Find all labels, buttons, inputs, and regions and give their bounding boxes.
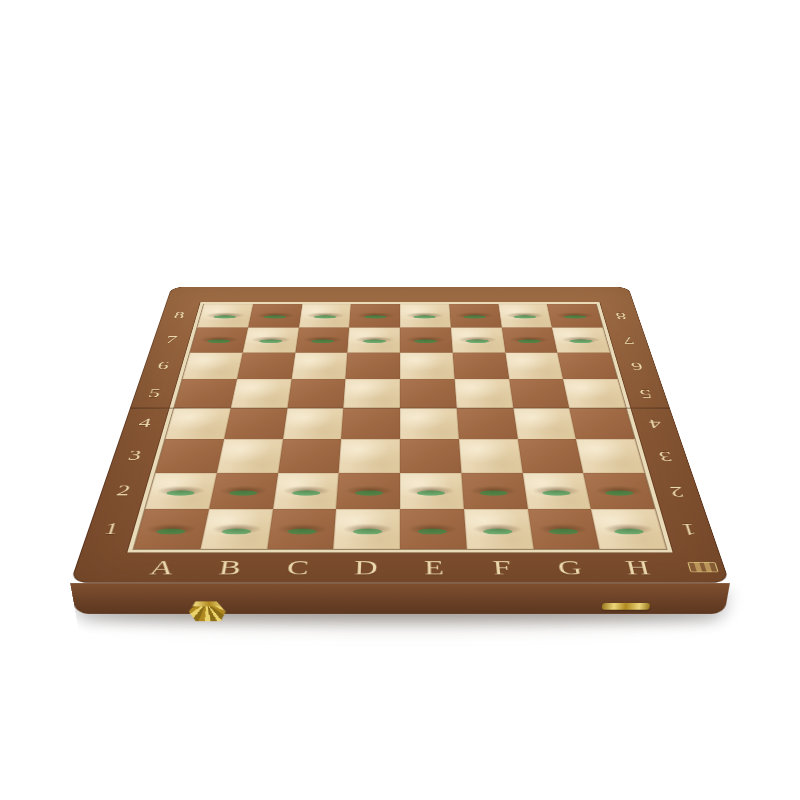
square-a5[interactable] [174,379,237,408]
rank-label-left-6: 6 [140,352,186,379]
square-b6[interactable] [237,352,295,379]
square-c7[interactable] [295,327,349,352]
square-g8[interactable] [498,304,552,327]
file-label-a: A [125,557,198,578]
square-g6[interactable] [505,352,563,379]
file-labels: ABCDEFGH [124,553,676,583]
photo-background: ABCDEFGH 87654321 87654321 ♜♞♝♛♚♝♞♜♟♟♟♟♟… [0,0,800,800]
square-h7[interactable] [552,327,610,352]
folding-chess-box: ABCDEFGH 87654321 87654321 ♜♞♝♛♚♝♞♜♟♟♟♟♟… [70,287,730,583]
square-b5[interactable] [231,379,292,408]
square-c8[interactable] [299,304,351,327]
rank-label-left-7: 7 [149,327,193,352]
square-d8[interactable] [349,304,400,327]
brass-clasp-right [602,603,651,610]
square-h5[interactable] [563,379,626,408]
square-e7[interactable] [400,327,452,352]
square-e6[interactable] [400,352,454,379]
square-f6[interactable] [452,352,508,379]
square-a8[interactable] [197,304,253,327]
square-f8[interactable] [449,304,501,327]
square-h8[interactable] [547,304,603,327]
square-b7[interactable] [243,327,299,352]
square-h6[interactable] [557,352,617,379]
rank-label-right-5: 5 [622,379,670,408]
box-front-face [70,583,730,614]
brass-clasp-left [188,601,227,621]
square-d6[interactable] [346,352,400,379]
rank-label-left-8: 8 [158,304,200,327]
square-a7[interactable] [190,327,248,352]
rank-label-right-6: 6 [614,352,660,379]
square-d7[interactable] [348,327,400,352]
piece-white-rook-h1[interactable]: ♜ [583,439,672,539]
square-g5[interactable] [509,379,570,408]
rank-label-right-8: 8 [600,304,642,327]
rank-label-right-7: 7 [607,327,651,352]
maker-stamp [687,562,718,572]
square-c6[interactable] [291,352,347,379]
file-label-f: F [467,557,537,578]
square-e8[interactable] [400,304,451,327]
square-f7[interactable] [451,327,505,352]
file-label-g: G [534,557,606,578]
file-label-b: B [194,557,266,578]
square-b8[interactable] [248,304,302,327]
square-a6[interactable] [182,352,242,379]
file-label-d: D [331,557,400,578]
file-label-c: C [263,557,333,578]
file-label-e: E [400,557,469,578]
file-label-h: H [602,557,675,578]
rank-label-left-5: 5 [130,379,178,408]
square-g7[interactable] [501,327,557,352]
